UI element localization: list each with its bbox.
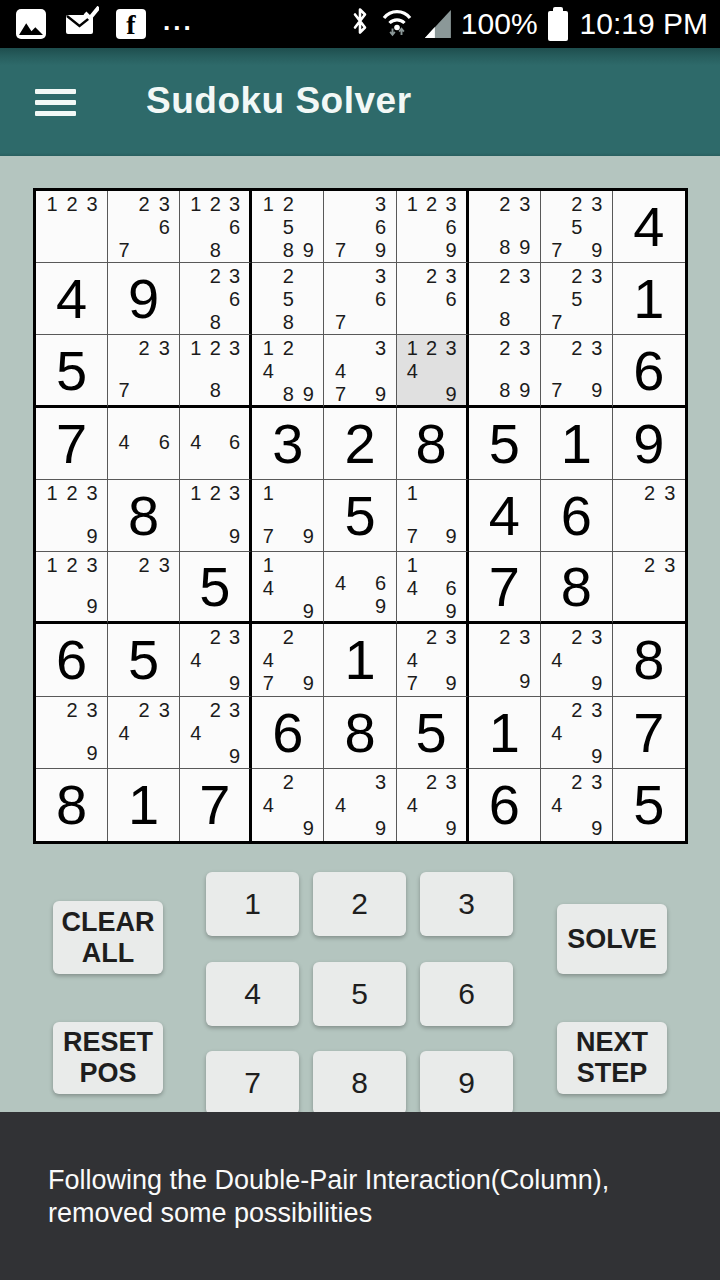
cell-r2c4[interactable]: 258 (252, 263, 324, 335)
cell-r6c1[interactable]: 1239 (36, 552, 108, 624)
cell-candidates: 238 (475, 265, 535, 331)
cell-r1c5[interactable]: 3679 (324, 191, 396, 263)
cell-r3c9[interactable]: 6 (613, 335, 685, 407)
cell-r8c2[interactable]: 234 (108, 697, 180, 769)
cell-value: 4 (469, 480, 540, 551)
cell-candidates: 237 (114, 337, 174, 401)
next-step-button[interactable]: NEXT STEP (557, 1022, 667, 1094)
status-bar-right: 100% 10:19 PM (351, 5, 708, 44)
cell-candidates: 23479 (403, 626, 461, 692)
cell-value: 7 (180, 769, 249, 841)
cell-value: 7 (613, 697, 685, 768)
hamburger-menu-icon[interactable] (35, 89, 76, 116)
cell-r9c8[interactable]: 2349 (541, 769, 613, 841)
cell-r2c3[interactable]: 2368 (180, 263, 252, 335)
cell-r4c2[interactable]: 46 (108, 408, 180, 480)
sudoku-board: 1232367123681258936791236923892357944923… (33, 188, 688, 844)
cell-candidates: 1239 (186, 482, 244, 548)
cell-candidates: 12369 (403, 193, 461, 259)
cell-r6c9[interactable]: 23 (613, 552, 685, 624)
cell-r2c9[interactable]: 1 (613, 263, 685, 335)
cell-r4c5[interactable]: 2 (324, 408, 396, 480)
email-icon (63, 6, 99, 42)
cell-r8c9[interactable]: 7 (613, 697, 685, 769)
cell-r9c5[interactable]: 349 (324, 769, 396, 841)
cell-r6c3[interactable]: 5 (180, 552, 252, 624)
cell-candidates: 179 (403, 482, 461, 548)
cell-candidates: 2349 (547, 626, 607, 692)
numpad-button-5[interactable]: 5 (313, 962, 406, 1026)
cell-value: 8 (397, 408, 466, 479)
cell-candidates: 249 (258, 771, 318, 838)
cell-r6c5[interactable]: 469 (324, 552, 396, 624)
numpad-button-7[interactable]: 7 (206, 1051, 299, 1115)
cell-r1c9[interactable]: 4 (613, 191, 685, 263)
cell-candidates: 2349 (186, 699, 244, 765)
cell-r7c8[interactable]: 2349 (541, 624, 613, 696)
cell-r5c1[interactable]: 1239 (36, 480, 108, 552)
next-step-label-line1: NEXT (576, 1027, 648, 1058)
page-title: Sudoku Solver (146, 80, 412, 122)
cell-candidates: 23579 (547, 193, 607, 259)
cell-r8c6[interactable]: 5 (397, 697, 469, 769)
cell-r2c1[interactable]: 4 (36, 263, 108, 335)
clear-all-label-line1: CLEAR (62, 907, 155, 938)
cell-r4c7[interactable]: 5 (469, 408, 541, 480)
cell-candidates: 258 (258, 265, 318, 331)
cell-candidates: 239 (42, 699, 102, 765)
cell-r3c7[interactable]: 2389 (469, 335, 541, 407)
cell-r9c9[interactable]: 5 (613, 769, 685, 841)
cell-candidates: 2349 (403, 771, 461, 838)
cell-value: 5 (469, 408, 540, 479)
cell-value: 8 (36, 769, 107, 841)
cell-candidates: 234 (114, 699, 174, 765)
solver-message-panel: Following the Double-Pair Interaction(Co… (0, 1112, 720, 1280)
cell-candidates: 2479 (258, 626, 318, 692)
cell-value: 1 (541, 408, 612, 479)
cell-r6c6[interactable]: 1469 (397, 552, 469, 624)
cell-r1c4[interactable]: 12589 (252, 191, 324, 263)
cell-candidates: 2368 (186, 265, 244, 331)
numpad-button-4[interactable]: 4 (206, 962, 299, 1026)
cell-r3c5[interactable]: 3479 (324, 335, 396, 407)
cell-value: 5 (36, 335, 107, 404)
cell-value: 8 (541, 552, 612, 621)
cell-r2c8[interactable]: 2357 (541, 263, 613, 335)
cell-r8c3[interactable]: 2349 (180, 697, 252, 769)
cell-candidates: 367 (330, 265, 390, 331)
cell-candidates: 3479 (330, 337, 390, 401)
cell-r3c6[interactable]: 12349 (397, 335, 469, 407)
numpad-button-3[interactable]: 3 (420, 872, 513, 936)
cell-value: 6 (541, 480, 612, 551)
bluetooth-icon (351, 6, 369, 43)
overflow-ellipsis: ... (163, 16, 194, 26)
cell-candidates: 239 (475, 626, 535, 692)
cell-candidates: 179 (258, 482, 318, 548)
cell-r5c6[interactable]: 179 (397, 480, 469, 552)
cell-value: 5 (180, 552, 249, 621)
cell-candidates: 2349 (547, 699, 607, 765)
status-bar: f ... (0, 0, 720, 48)
cell-r7c5[interactable]: 1 (324, 624, 396, 696)
cell-r2c6[interactable]: 236 (397, 263, 469, 335)
next-step-label-line2: STEP (577, 1058, 648, 1089)
cell-r5c8[interactable]: 6 (541, 480, 613, 552)
cell-r8c8[interactable]: 2349 (541, 697, 613, 769)
cell-r7c4[interactable]: 2479 (252, 624, 324, 696)
cell-r3c1[interactable]: 5 (36, 335, 108, 407)
status-bar-left: f ... (16, 6, 194, 42)
numpad-button-2[interactable]: 2 (313, 872, 406, 936)
cell-r5c4[interactable]: 179 (252, 480, 324, 552)
reset-pos-label-line1: RESET (63, 1027, 153, 1058)
cell-r2c2[interactable]: 9 (108, 263, 180, 335)
cell-candidates: 2389 (475, 193, 535, 259)
cell-value: 9 (108, 263, 179, 334)
signal-icon (425, 10, 451, 38)
cell-r6c4[interactable]: 149 (252, 552, 324, 624)
cell-candidates: 12589 (258, 193, 318, 259)
cell-value: 6 (469, 769, 540, 841)
numpad-button-6[interactable]: 6 (420, 962, 513, 1026)
cell-r9c6[interactable]: 2349 (397, 769, 469, 841)
reset-pos-button[interactable]: RESET POS (53, 1022, 163, 1094)
cell-candidates: 2357 (547, 265, 607, 331)
cell-r4c3[interactable]: 46 (180, 408, 252, 480)
gallery-icon (16, 9, 46, 39)
cell-value: 4 (613, 191, 685, 262)
cell-candidates: 2349 (547, 771, 607, 838)
cell-r9c4[interactable]: 249 (252, 769, 324, 841)
cell-value: 5 (613, 769, 685, 841)
cell-r8c7[interactable]: 1 (469, 697, 541, 769)
cell-candidates: 12368 (186, 193, 244, 259)
cell-r7c1[interactable]: 6 (36, 624, 108, 696)
cell-r1c7[interactable]: 2389 (469, 191, 541, 263)
reset-pos-label-line2: POS (79, 1058, 136, 1089)
cell-r8c1[interactable]: 239 (36, 697, 108, 769)
cell-r4c8[interactable]: 1 (541, 408, 613, 480)
cell-value: 5 (397, 697, 466, 768)
solve-button[interactable]: SOLVE (557, 904, 667, 974)
numpad-button-8[interactable]: 8 (313, 1051, 406, 1115)
cell-candidates: 236 (403, 265, 461, 331)
cell-r9c1[interactable]: 8 (36, 769, 108, 841)
cell-value: 6 (252, 697, 323, 768)
cell-candidates: 12349 (403, 337, 461, 401)
cell-value: 1 (613, 263, 685, 334)
clock-time: 10:19 PM (580, 7, 708, 41)
cell-r6c8[interactable]: 8 (541, 552, 613, 624)
cell-r1c3[interactable]: 12368 (180, 191, 252, 263)
cell-candidates: 1239 (42, 482, 102, 548)
cell-r7c2[interactable]: 5 (108, 624, 180, 696)
cell-candidates: 46 (186, 410, 244, 476)
cell-r4c6[interactable]: 8 (397, 408, 469, 480)
cell-value: 9 (613, 408, 685, 479)
cell-value: 1 (108, 769, 179, 841)
numpad-button-1[interactable]: 1 (206, 872, 299, 936)
cell-candidates: 1469 (403, 554, 461, 618)
cell-candidates: 2389 (475, 337, 535, 401)
cell-candidates: 149 (258, 554, 318, 618)
app-bar: Sudoku Solver (0, 48, 720, 156)
cell-value: 6 (36, 624, 107, 695)
cell-candidates: 23 (114, 554, 174, 618)
cell-r5c5[interactable]: 5 (324, 480, 396, 552)
cell-r8c5[interactable]: 8 (324, 697, 396, 769)
cell-r3c4[interactable]: 12489 (252, 335, 324, 407)
cell-r8c4[interactable]: 6 (252, 697, 324, 769)
cell-r4c1[interactable]: 7 (36, 408, 108, 480)
clear-all-button[interactable]: CLEAR ALL (53, 901, 163, 974)
cell-r9c3[interactable]: 7 (180, 769, 252, 841)
cell-candidates: 469 (330, 554, 390, 618)
cell-candidates: 1239 (42, 554, 102, 618)
numpad-button-9[interactable]: 9 (420, 1051, 513, 1115)
cell-value: 8 (108, 480, 179, 551)
cell-candidates: 2349 (186, 626, 244, 692)
cell-r5c3[interactable]: 1239 (180, 480, 252, 552)
cell-value: 6 (613, 335, 685, 404)
cell-value: 1 (469, 697, 540, 768)
cell-value: 5 (108, 624, 179, 695)
cell-candidates: 3679 (330, 193, 390, 259)
cell-r1c8[interactable]: 23579 (541, 191, 613, 263)
cell-r7c6[interactable]: 23479 (397, 624, 469, 696)
cell-candidates: 1238 (186, 337, 244, 401)
cell-r1c6[interactable]: 12369 (397, 191, 469, 263)
cell-r9c2[interactable]: 1 (108, 769, 180, 841)
cell-value: 4 (36, 263, 107, 334)
cell-r6c7[interactable]: 7 (469, 552, 541, 624)
cell-candidates: 2367 (114, 193, 174, 259)
cell-r2c7[interactable]: 238 (469, 263, 541, 335)
cell-r5c7[interactable]: 4 (469, 480, 541, 552)
cell-candidates: 349 (330, 771, 390, 838)
cell-r7c9[interactable]: 8 (613, 624, 685, 696)
cell-value: 7 (469, 552, 540, 621)
cell-candidates: 23 (619, 482, 680, 548)
cell-candidates: 12489 (258, 337, 318, 401)
cell-r4c9[interactable]: 9 (613, 408, 685, 480)
cell-r5c2[interactable]: 8 (108, 480, 180, 552)
cell-value: 1 (324, 624, 395, 695)
cell-value: 2 (324, 408, 395, 479)
cell-r3c2[interactable]: 237 (108, 335, 180, 407)
cell-candidates: 2379 (547, 337, 607, 401)
cell-r7c3[interactable]: 2349 (180, 624, 252, 696)
cell-r7c7[interactable]: 239 (469, 624, 541, 696)
cell-r5c9[interactable]: 23 (613, 480, 685, 552)
cell-r6c2[interactable]: 23 (108, 552, 180, 624)
facebook-icon: f (116, 9, 146, 39)
cell-value: 8 (613, 624, 685, 695)
wifi-icon (379, 5, 415, 44)
cell-value: 8 (324, 697, 395, 768)
cell-r9c7[interactable]: 6 (469, 769, 541, 841)
cell-r2c5[interactable]: 367 (324, 263, 396, 335)
cell-value: 7 (36, 408, 107, 479)
battery-icon (548, 11, 568, 41)
battery-percent: 100% (461, 7, 538, 41)
cell-r1c1[interactable]: 123 (36, 191, 108, 263)
cell-value: 5 (324, 480, 395, 551)
screen: f ... (0, 0, 720, 1280)
cell-candidates: 23 (619, 554, 680, 618)
solve-label: SOLVE (567, 924, 657, 955)
clear-all-label-line2: ALL (82, 938, 134, 969)
cell-r3c3[interactable]: 1238 (180, 335, 252, 407)
cell-value: 3 (252, 408, 323, 479)
cell-r3c8[interactable]: 2379 (541, 335, 613, 407)
solver-message-text: Following the Double-Pair Interaction(Co… (48, 1165, 609, 1228)
cell-r4c4[interactable]: 3 (252, 408, 324, 480)
cell-candidates: 123 (42, 193, 102, 259)
cell-r1c2[interactable]: 2367 (108, 191, 180, 263)
cell-candidates: 46 (114, 410, 174, 476)
